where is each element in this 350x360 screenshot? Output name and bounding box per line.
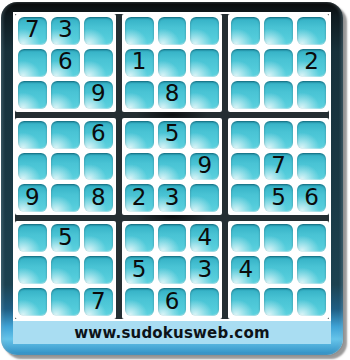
cell-r1c1[interactable]: 7 — [18, 17, 47, 45]
cell-r7c8[interactable] — [264, 224, 293, 252]
cell-r6c7[interactable] — [231, 184, 260, 212]
cell-r8c2[interactable] — [51, 256, 80, 284]
cell-r1c6[interactable] — [190, 17, 219, 45]
cell-r5c1[interactable] — [18, 153, 47, 181]
cell-r7c3[interactable] — [84, 224, 113, 252]
given-digit: 2 — [132, 186, 147, 209]
cell-r7c4[interactable] — [125, 224, 154, 252]
cell-r7c5[interactable] — [158, 224, 187, 252]
cell-r6c6[interactable] — [190, 184, 219, 212]
cell-r8c1[interactable] — [18, 256, 47, 284]
given-digit: 6 — [304, 186, 319, 209]
cell-r2c9[interactable]: 2 — [297, 49, 326, 77]
given-digit: 4 — [198, 226, 213, 249]
cell-r2c4[interactable]: 1 — [125, 49, 154, 77]
cell-r6c3[interactable]: 8 — [84, 184, 113, 212]
cell-r9c1[interactable] — [18, 288, 47, 316]
given-digit: 7 — [25, 18, 40, 41]
given-digit: 9 — [198, 154, 213, 177]
box-9: 4 — [228, 221, 329, 319]
cell-r7c7[interactable] — [231, 224, 260, 252]
cell-r6c2[interactable] — [51, 184, 80, 212]
given-digit: 3 — [165, 186, 180, 209]
box-7: 57 — [15, 221, 116, 319]
given-digit: 8 — [91, 186, 106, 209]
cell-r8c6[interactable]: 3 — [190, 256, 219, 284]
cell-r2c8[interactable] — [264, 49, 293, 77]
cell-r8c7[interactable]: 4 — [231, 256, 260, 284]
cell-r8c3[interactable] — [84, 256, 113, 284]
given-digit: 5 — [132, 258, 147, 281]
cell-r4c8[interactable] — [264, 121, 293, 149]
given-digit: 5 — [58, 226, 73, 249]
cell-r5c9[interactable] — [297, 153, 326, 181]
given-digit: 6 — [165, 290, 180, 313]
given-digit: 9 — [25, 186, 40, 209]
cell-r9c5[interactable]: 6 — [158, 288, 187, 316]
cell-r3c4[interactable] — [125, 81, 154, 109]
cell-r3c5[interactable]: 8 — [158, 81, 187, 109]
given-digit: 5 — [271, 186, 286, 209]
cell-r7c1[interactable] — [18, 224, 47, 252]
cell-r9c3[interactable]: 7 — [84, 288, 113, 316]
cell-r2c5[interactable] — [158, 49, 187, 77]
cell-r4c6[interactable] — [190, 121, 219, 149]
cell-r6c5[interactable]: 3 — [158, 184, 187, 212]
cell-r1c3[interactable] — [84, 17, 113, 45]
cell-r9c4[interactable] — [125, 288, 154, 316]
cell-r7c2[interactable]: 5 — [51, 224, 80, 252]
cell-r8c9[interactable] — [297, 256, 326, 284]
cell-r1c2[interactable]: 3 — [51, 17, 80, 45]
cell-r8c4[interactable]: 5 — [125, 256, 154, 284]
cell-r4c7[interactable] — [231, 121, 260, 149]
box-1: 7369 — [15, 14, 116, 112]
given-digit: 6 — [91, 122, 106, 145]
cell-r1c7[interactable] — [231, 17, 260, 45]
given-digit: 9 — [91, 82, 106, 105]
cell-r8c5[interactable] — [158, 256, 187, 284]
cell-r2c2[interactable]: 6 — [51, 49, 80, 77]
cell-r7c9[interactable] — [297, 224, 326, 252]
cell-r9c8[interactable] — [264, 288, 293, 316]
given-digit: 1 — [132, 50, 147, 73]
cell-r9c7[interactable] — [231, 288, 260, 316]
cell-r3c3[interactable]: 9 — [84, 81, 113, 109]
box-2: 18 — [122, 14, 223, 112]
cell-r4c2[interactable] — [51, 121, 80, 149]
cell-r3c7[interactable] — [231, 81, 260, 109]
cell-r1c5[interactable] — [158, 17, 187, 45]
cell-r3c6[interactable] — [190, 81, 219, 109]
sudoku-page: 736918269859237565745364 www.sudokusweb.… — [0, 0, 350, 360]
cell-r6c1[interactable]: 9 — [18, 184, 47, 212]
cell-r6c9[interactable]: 6 — [297, 184, 326, 212]
cell-r3c2[interactable] — [51, 81, 80, 109]
given-digit: 2 — [304, 50, 319, 73]
cell-r1c8[interactable] — [264, 17, 293, 45]
cell-r5c8[interactable]: 7 — [264, 153, 293, 181]
given-digit: 7 — [91, 290, 106, 313]
box-4: 698 — [15, 118, 116, 216]
cell-r6c8[interactable]: 5 — [264, 184, 293, 212]
cell-r4c5[interactable]: 5 — [158, 121, 187, 149]
footer-site-link[interactable]: www.sudokusweb.com — [74, 324, 269, 342]
sudoku-board-frame: 736918269859237565745364 www.sudokusweb.… — [1, 2, 343, 355]
cell-r5c2[interactable] — [51, 153, 80, 181]
box-5: 5923 — [122, 118, 223, 216]
cell-r2c7[interactable] — [231, 49, 260, 77]
cell-r2c1[interactable] — [18, 49, 47, 77]
cell-r9c9[interactable] — [297, 288, 326, 316]
cell-r6c4[interactable]: 2 — [125, 184, 154, 212]
cell-r5c6[interactable]: 9 — [190, 153, 219, 181]
cell-r5c7[interactable] — [231, 153, 260, 181]
given-digit: 5 — [165, 122, 180, 145]
given-digit: 6 — [58, 50, 73, 73]
footer-bar: www.sudokusweb.com — [13, 321, 331, 344]
sudoku-grid: 736918269859237565745364 — [13, 12, 331, 321]
box-8: 4536 — [122, 221, 223, 319]
cell-r9c6[interactable] — [190, 288, 219, 316]
cell-r5c5[interactable] — [158, 153, 187, 181]
cell-r9c2[interactable] — [51, 288, 80, 316]
given-digit: 7 — [271, 154, 286, 177]
cell-r3c1[interactable] — [18, 81, 47, 109]
cell-r4c1[interactable] — [18, 121, 47, 149]
given-digit: 3 — [58, 18, 73, 41]
cell-r2c6[interactable] — [190, 49, 219, 77]
given-digit: 3 — [198, 258, 213, 281]
cell-r4c4[interactable] — [125, 121, 154, 149]
cell-r8c8[interactable] — [264, 256, 293, 284]
cell-r5c3[interactable] — [84, 153, 113, 181]
given-digit: 4 — [238, 258, 253, 281]
cell-r4c9[interactable] — [297, 121, 326, 149]
cell-r3c8[interactable] — [264, 81, 293, 109]
cell-r7c6[interactable]: 4 — [190, 224, 219, 252]
box-6: 756 — [228, 118, 329, 216]
cell-r4c3[interactable]: 6 — [84, 121, 113, 149]
box-3: 2 — [228, 14, 329, 112]
cell-r5c4[interactable] — [125, 153, 154, 181]
cell-r1c9[interactable] — [297, 17, 326, 45]
cell-r3c9[interactable] — [297, 81, 326, 109]
cell-r2c3[interactable] — [84, 49, 113, 77]
cell-r1c4[interactable] — [125, 17, 154, 45]
given-digit: 8 — [165, 82, 180, 105]
